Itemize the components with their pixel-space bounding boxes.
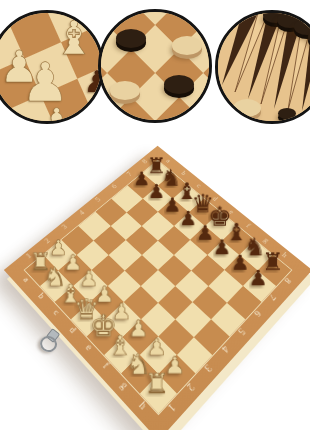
rank-label-6-left: 6 — [111, 183, 119, 190]
board-frame: ♜♞♝♛♚♝♞♜♟♟♟♟♟♟♟♟♟♟♟♟♟♟♟♟♜♞♝♛♚♝♞♜ aabbccd… — [4, 146, 310, 430]
square-d5 — [142, 240, 175, 270]
square-e5 — [158, 255, 191, 286]
file-label-g-bottom: g — [118, 380, 129, 391]
rank-label-4-right: 4 — [220, 343, 231, 354]
rank-label-1-right: 1 — [166, 401, 177, 413]
piece-black-pawn-f7: ♟ — [213, 238, 232, 259]
light-checker-disc — [172, 36, 202, 55]
file-label-a-bottom: a — [21, 275, 31, 284]
rank-label-4-left: 4 — [78, 210, 86, 217]
dark-checker-disc — [278, 108, 296, 119]
inset-backgammon-closeup — [215, 10, 310, 124]
inset-chess-closeup: ♟♟♝♟♟ — [0, 10, 104, 124]
product-photo: ♟♟♝♟♟ ♜♞♝♛♚♝♞♜♟♟♟♟♟♟♟♟♟♟♟♟♟♟♟♟♜♞♝♛♚♝♞♜ a… — [0, 0, 310, 430]
piece-black-pawn-h7: ♟ — [249, 268, 268, 289]
dark-checker-disc — [164, 75, 194, 94]
light-checker-disc — [110, 81, 140, 100]
rank-label-5-left: 5 — [95, 196, 103, 203]
piece-black-pawn-e7: ♟ — [196, 223, 214, 243]
light-bishop: ♝ — [53, 15, 94, 61]
piece-black-pawn-d7: ♟ — [179, 209, 197, 229]
square-e6 — [174, 240, 207, 270]
piece-white-rook-h1: ♜ — [145, 371, 169, 398]
file-label-c-bottom: c — [51, 308, 61, 317]
piece-black-pawn-g7: ♟ — [230, 253, 249, 274]
chess-board: ♜♞♝♛♚♝♞♜♟♟♟♟♟♟♟♟♟♟♟♟♟♟♟♟♜♞♝♛♚♝♞♜ — [24, 160, 293, 415]
chess-board-scene: ♜♞♝♛♚♝♞♜♟♟♟♟♟♟♟♟♟♟♟♟♟♟♟♟♜♞♝♛♚♝♞♜ aabbccd… — [0, 118, 310, 430]
rank-label-5-right: 5 — [236, 326, 246, 336]
file-label-h-bottom: h — [137, 400, 148, 412]
file-label-f-bottom: f — [101, 361, 111, 371]
rank-label-2-right: 2 — [185, 381, 196, 392]
inset-checkers-closeup — [98, 9, 212, 123]
file-label-e-bottom: e — [84, 343, 94, 353]
file-label-d-bottom: d — [67, 325, 77, 335]
checkers-closeup-board — [98, 9, 212, 123]
rank-label-3-right: 3 — [202, 362, 213, 373]
rank-label-3-left: 3 — [61, 223, 69, 230]
